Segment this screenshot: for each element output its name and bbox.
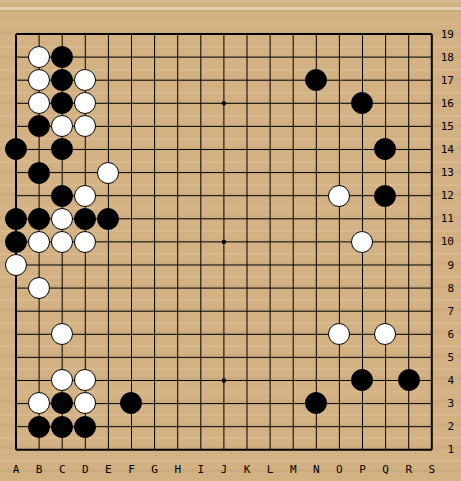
black-stone-R4[interactable]: ●: [398, 369, 420, 391]
intersection-H17[interactable]: [166, 69, 189, 92]
intersection-E5[interactable]: [97, 346, 120, 369]
intersection-F1[interactable]: [120, 438, 143, 461]
intersection-K18[interactable]: [235, 46, 258, 69]
intersection-I19[interactable]: [189, 22, 212, 45]
intersection-B3[interactable]: ○: [28, 392, 51, 415]
intersection-Q2[interactable]: [374, 415, 397, 438]
intersection-F11[interactable]: [120, 207, 143, 230]
intersection-D1[interactable]: [74, 438, 97, 461]
intersection-L3[interactable]: [258, 392, 281, 415]
intersection-J3[interactable]: [212, 392, 235, 415]
intersection-F15[interactable]: [120, 115, 143, 138]
intersection-E14[interactable]: [97, 138, 120, 161]
intersection-I4[interactable]: [189, 369, 212, 392]
intersection-A14[interactable]: ●: [4, 138, 27, 161]
intersection-L1[interactable]: [258, 438, 281, 461]
intersection-Q5[interactable]: [374, 346, 397, 369]
intersection-E10[interactable]: [97, 230, 120, 253]
intersection-H1[interactable]: [166, 438, 189, 461]
intersection-N7[interactable]: [305, 300, 328, 323]
intersection-J8[interactable]: [212, 276, 235, 299]
intersection-H6[interactable]: [166, 323, 189, 346]
intersection-P15[interactable]: [351, 115, 374, 138]
intersection-J16[interactable]: [212, 92, 235, 115]
intersection-A3[interactable]: [4, 392, 27, 415]
intersection-E9[interactable]: [97, 253, 120, 276]
intersection-O6[interactable]: ○: [328, 323, 351, 346]
intersection-E11[interactable]: ●: [97, 207, 120, 230]
intersection-H18[interactable]: [166, 46, 189, 69]
intersection-Q17[interactable]: [374, 69, 397, 92]
intersection-I18[interactable]: [189, 46, 212, 69]
intersection-B14[interactable]: [28, 138, 51, 161]
intersection-B1[interactable]: [28, 438, 51, 461]
intersection-B6[interactable]: [28, 323, 51, 346]
intersection-A12[interactable]: [4, 184, 27, 207]
intersection-B5[interactable]: [28, 346, 51, 369]
intersection-Q19[interactable]: [374, 22, 397, 45]
intersection-O2[interactable]: [328, 415, 351, 438]
intersection-G17[interactable]: [143, 69, 166, 92]
intersection-E4[interactable]: [97, 369, 120, 392]
black-stone-Q14[interactable]: ●: [374, 138, 396, 160]
intersection-M15[interactable]: [282, 115, 305, 138]
black-stone-E11[interactable]: ●: [97, 208, 119, 230]
intersection-D10[interactable]: ○: [74, 230, 97, 253]
intersection-N14[interactable]: [305, 138, 328, 161]
intersection-C8[interactable]: [51, 276, 74, 299]
intersection-M10[interactable]: [282, 230, 305, 253]
white-stone-C15[interactable]: ○: [51, 115, 73, 137]
intersection-J15[interactable]: [212, 115, 235, 138]
intersection-Q9[interactable]: [374, 253, 397, 276]
intersection-H8[interactable]: [166, 276, 189, 299]
intersection-O13[interactable]: [328, 161, 351, 184]
intersection-M18[interactable]: [282, 46, 305, 69]
intersection-E2[interactable]: [97, 415, 120, 438]
black-stone-C2[interactable]: ●: [51, 416, 73, 438]
intersection-J14[interactable]: [212, 138, 235, 161]
intersection-R15[interactable]: [397, 115, 420, 138]
intersection-C1[interactable]: [51, 438, 74, 461]
intersection-A11[interactable]: ●: [4, 207, 27, 230]
white-stone-B16[interactable]: ○: [28, 92, 50, 114]
intersection-I15[interactable]: [189, 115, 212, 138]
intersection-I6[interactable]: [189, 323, 212, 346]
intersection-A10[interactable]: ●: [4, 230, 27, 253]
intersection-R2[interactable]: [397, 415, 420, 438]
intersection-D6[interactable]: [74, 323, 97, 346]
intersection-O7[interactable]: [328, 300, 351, 323]
intersection-G1[interactable]: [143, 438, 166, 461]
intersection-Q10[interactable]: [374, 230, 397, 253]
intersection-M19[interactable]: [282, 22, 305, 45]
intersection-J12[interactable]: [212, 184, 235, 207]
intersection-P4[interactable]: ●: [351, 369, 374, 392]
intersection-L4[interactable]: [258, 369, 281, 392]
intersection-L17[interactable]: [258, 69, 281, 92]
intersection-N3[interactable]: ●: [305, 392, 328, 415]
black-stone-A11[interactable]: ●: [5, 208, 27, 230]
intersection-L15[interactable]: [258, 115, 281, 138]
intersection-I10[interactable]: [189, 230, 212, 253]
intersection-G9[interactable]: [143, 253, 166, 276]
intersection-C18[interactable]: ●: [51, 46, 74, 69]
intersection-M4[interactable]: [282, 369, 305, 392]
intersection-N17[interactable]: ●: [305, 69, 328, 92]
white-stone-D16[interactable]: ○: [74, 92, 96, 114]
white-stone-D4[interactable]: ○: [74, 369, 96, 391]
intersection-Q18[interactable]: [374, 46, 397, 69]
intersection-O1[interactable]: [328, 438, 351, 461]
intersection-N9[interactable]: [305, 253, 328, 276]
intersection-P9[interactable]: [351, 253, 374, 276]
intersection-B16[interactable]: ○: [28, 92, 51, 115]
intersection-I14[interactable]: [189, 138, 212, 161]
intersection-R12[interactable]: [397, 184, 420, 207]
intersection-M6[interactable]: [282, 323, 305, 346]
intersection-M9[interactable]: [282, 253, 305, 276]
intersection-J10[interactable]: [212, 230, 235, 253]
intersection-F17[interactable]: [120, 69, 143, 92]
intersection-I5[interactable]: [189, 346, 212, 369]
intersection-F4[interactable]: [120, 369, 143, 392]
white-stone-C4[interactable]: ○: [51, 369, 73, 391]
intersection-O5[interactable]: [328, 346, 351, 369]
intersection-L8[interactable]: [258, 276, 281, 299]
intersection-G13[interactable]: [143, 161, 166, 184]
intersection-L6[interactable]: [258, 323, 281, 346]
intersection-I3[interactable]: [189, 392, 212, 415]
intersection-A19[interactable]: [4, 22, 27, 45]
intersection-C5[interactable]: [51, 346, 74, 369]
white-stone-D17[interactable]: ○: [74, 69, 96, 91]
black-stone-C3[interactable]: ●: [51, 392, 73, 414]
intersection-F16[interactable]: [120, 92, 143, 115]
intersection-R6[interactable]: [397, 323, 420, 346]
intersection-H4[interactable]: [166, 369, 189, 392]
white-stone-B18[interactable]: ○: [28, 46, 50, 68]
intersection-H5[interactable]: [166, 346, 189, 369]
intersection-G6[interactable]: [143, 323, 166, 346]
intersection-F3[interactable]: ●: [120, 392, 143, 415]
intersection-H9[interactable]: [166, 253, 189, 276]
intersection-L10[interactable]: [258, 230, 281, 253]
intersection-P7[interactable]: [351, 300, 374, 323]
intersection-E16[interactable]: [97, 92, 120, 115]
intersection-A4[interactable]: [4, 369, 27, 392]
intersection-P1[interactable]: [351, 438, 374, 461]
intersection-P12[interactable]: [351, 184, 374, 207]
intersection-N6[interactable]: [305, 323, 328, 346]
intersection-E12[interactable]: [97, 184, 120, 207]
intersection-I16[interactable]: [189, 92, 212, 115]
intersection-P5[interactable]: [351, 346, 374, 369]
black-stone-A14[interactable]: ●: [5, 138, 27, 160]
intersection-P16[interactable]: ●: [351, 92, 374, 115]
black-stone-B11[interactable]: ●: [28, 208, 50, 230]
intersection-Q11[interactable]: [374, 207, 397, 230]
intersection-A6[interactable]: [4, 323, 27, 346]
intersection-H19[interactable]: [166, 22, 189, 45]
intersection-F5[interactable]: [120, 346, 143, 369]
intersection-H13[interactable]: [166, 161, 189, 184]
intersection-D8[interactable]: [74, 276, 97, 299]
intersection-K19[interactable]: [235, 22, 258, 45]
intersection-N2[interactable]: [305, 415, 328, 438]
intersection-G5[interactable]: [143, 346, 166, 369]
intersection-L9[interactable]: [258, 253, 281, 276]
intersection-H2[interactable]: [166, 415, 189, 438]
intersection-J2[interactable]: [212, 415, 235, 438]
intersection-N1[interactable]: [305, 438, 328, 461]
intersection-M16[interactable]: [282, 92, 305, 115]
intersection-O11[interactable]: [328, 207, 351, 230]
intersection-D19[interactable]: [74, 22, 97, 45]
intersection-K1[interactable]: [235, 438, 258, 461]
intersection-O14[interactable]: [328, 138, 351, 161]
intersection-K8[interactable]: [235, 276, 258, 299]
intersection-I12[interactable]: [189, 184, 212, 207]
intersection-A7[interactable]: [4, 300, 27, 323]
intersection-Q7[interactable]: [374, 300, 397, 323]
intersection-N5[interactable]: [305, 346, 328, 369]
intersection-J18[interactable]: [212, 46, 235, 69]
intersection-H12[interactable]: [166, 184, 189, 207]
intersection-G15[interactable]: [143, 115, 166, 138]
intersection-M12[interactable]: [282, 184, 305, 207]
intersection-C14[interactable]: ●: [51, 138, 74, 161]
intersection-B18[interactable]: ○: [28, 46, 51, 69]
intersection-P17[interactable]: [351, 69, 374, 92]
intersection-P6[interactable]: [351, 323, 374, 346]
intersection-J13[interactable]: [212, 161, 235, 184]
intersection-C19[interactable]: [51, 22, 74, 45]
black-stone-D11[interactable]: ●: [74, 208, 96, 230]
intersection-J7[interactable]: [212, 300, 235, 323]
black-stone-C17[interactable]: ●: [51, 69, 73, 91]
white-stone-O12[interactable]: ○: [328, 185, 350, 207]
intersection-C6[interactable]: ○: [51, 323, 74, 346]
intersection-G4[interactable]: [143, 369, 166, 392]
intersection-N11[interactable]: [305, 207, 328, 230]
intersection-A13[interactable]: [4, 161, 27, 184]
black-stone-N17[interactable]: ●: [305, 69, 327, 91]
intersection-F6[interactable]: [120, 323, 143, 346]
intersection-G12[interactable]: [143, 184, 166, 207]
white-stone-D15[interactable]: ○: [74, 115, 96, 137]
intersection-M14[interactable]: [282, 138, 305, 161]
intersection-D13[interactable]: [74, 161, 97, 184]
intersection-L19[interactable]: [258, 22, 281, 45]
intersection-D15[interactable]: ○: [74, 115, 97, 138]
intersection-M5[interactable]: [282, 346, 305, 369]
intersection-N15[interactable]: [305, 115, 328, 138]
intersection-M2[interactable]: [282, 415, 305, 438]
intersection-R7[interactable]: [397, 300, 420, 323]
intersection-L13[interactable]: [258, 161, 281, 184]
intersection-R10[interactable]: [397, 230, 420, 253]
intersection-R11[interactable]: [397, 207, 420, 230]
intersection-B10[interactable]: ○: [28, 230, 51, 253]
intersection-K14[interactable]: [235, 138, 258, 161]
intersection-C9[interactable]: [51, 253, 74, 276]
intersection-J19[interactable]: [212, 22, 235, 45]
intersection-F19[interactable]: [120, 22, 143, 45]
intersection-D12[interactable]: ○: [74, 184, 97, 207]
intersection-I1[interactable]: [189, 438, 212, 461]
intersection-O18[interactable]: [328, 46, 351, 69]
intersection-Q3[interactable]: [374, 392, 397, 415]
intersection-Q12[interactable]: ●: [374, 184, 397, 207]
intersection-E15[interactable]: [97, 115, 120, 138]
intersection-M13[interactable]: [282, 161, 305, 184]
intersection-B13[interactable]: ●: [28, 161, 51, 184]
white-stone-P10[interactable]: ○: [351, 231, 373, 253]
intersection-K17[interactable]: [235, 69, 258, 92]
intersection-Q4[interactable]: [374, 369, 397, 392]
intersection-K9[interactable]: [235, 253, 258, 276]
intersection-R4[interactable]: ●: [397, 369, 420, 392]
intersection-F10[interactable]: [120, 230, 143, 253]
black-stone-Q12[interactable]: ●: [374, 185, 396, 207]
intersection-O4[interactable]: [328, 369, 351, 392]
intersection-D14[interactable]: [74, 138, 97, 161]
intersection-E7[interactable]: [97, 300, 120, 323]
intersection-K3[interactable]: [235, 392, 258, 415]
intersection-O12[interactable]: ○: [328, 184, 351, 207]
intersection-C11[interactable]: ○: [51, 207, 74, 230]
black-stone-C14[interactable]: ●: [51, 138, 73, 160]
intersection-B2[interactable]: ●: [28, 415, 51, 438]
intersection-R8[interactable]: [397, 276, 420, 299]
intersection-Q1[interactable]: [374, 438, 397, 461]
intersection-A2[interactable]: [4, 415, 27, 438]
intersection-R16[interactable]: [397, 92, 420, 115]
intersection-F18[interactable]: [120, 46, 143, 69]
intersection-O8[interactable]: [328, 276, 351, 299]
intersection-A18[interactable]: [4, 46, 27, 69]
intersection-L2[interactable]: [258, 415, 281, 438]
black-stone-C12[interactable]: ●: [51, 185, 73, 207]
intersection-C16[interactable]: ●: [51, 92, 74, 115]
intersection-H10[interactable]: [166, 230, 189, 253]
intersection-A17[interactable]: [4, 69, 27, 92]
black-stone-F3[interactable]: ●: [120, 392, 142, 414]
intersection-J6[interactable]: [212, 323, 235, 346]
intersection-G10[interactable]: [143, 230, 166, 253]
white-stone-A9[interactable]: ○: [5, 254, 27, 276]
intersection-G3[interactable]: [143, 392, 166, 415]
black-stone-P16[interactable]: ●: [351, 92, 373, 114]
intersection-A8[interactable]: [4, 276, 27, 299]
black-stone-P4[interactable]: ●: [351, 369, 373, 391]
intersection-C12[interactable]: ●: [51, 184, 74, 207]
intersection-G16[interactable]: [143, 92, 166, 115]
black-stone-D2[interactable]: ●: [74, 416, 96, 438]
intersection-A5[interactable]: [4, 346, 27, 369]
intersection-R3[interactable]: [397, 392, 420, 415]
intersection-L12[interactable]: [258, 184, 281, 207]
intersection-H7[interactable]: [166, 300, 189, 323]
intersection-R14[interactable]: [397, 138, 420, 161]
black-stone-B15[interactable]: ●: [28, 115, 50, 137]
intersection-F9[interactable]: [120, 253, 143, 276]
intersection-L16[interactable]: [258, 92, 281, 115]
white-stone-Q6[interactable]: ○: [374, 323, 396, 345]
intersection-I11[interactable]: [189, 207, 212, 230]
intersection-J5[interactable]: [212, 346, 235, 369]
intersection-R18[interactable]: [397, 46, 420, 69]
intersection-K6[interactable]: [235, 323, 258, 346]
intersection-J4[interactable]: [212, 369, 235, 392]
intersection-N18[interactable]: [305, 46, 328, 69]
intersection-E1[interactable]: [97, 438, 120, 461]
intersection-G11[interactable]: [143, 207, 166, 230]
intersection-G14[interactable]: [143, 138, 166, 161]
intersection-N10[interactable]: [305, 230, 328, 253]
intersection-R5[interactable]: [397, 346, 420, 369]
intersection-Q16[interactable]: [374, 92, 397, 115]
intersection-E19[interactable]: [97, 22, 120, 45]
intersection-B9[interactable]: [28, 253, 51, 276]
intersection-B11[interactable]: ●: [28, 207, 51, 230]
intersection-D18[interactable]: [74, 46, 97, 69]
intersection-H15[interactable]: [166, 115, 189, 138]
intersection-G8[interactable]: [143, 276, 166, 299]
intersection-F13[interactable]: [120, 161, 143, 184]
intersection-C15[interactable]: ○: [51, 115, 74, 138]
intersection-P13[interactable]: [351, 161, 374, 184]
intersection-R1[interactable]: [397, 438, 420, 461]
intersection-O15[interactable]: [328, 115, 351, 138]
intersection-C4[interactable]: ○: [51, 369, 74, 392]
white-stone-E13[interactable]: ○: [97, 162, 119, 184]
intersection-M8[interactable]: [282, 276, 305, 299]
intersection-D16[interactable]: ○: [74, 92, 97, 115]
intersection-Q13[interactable]: [374, 161, 397, 184]
intersection-J11[interactable]: [212, 207, 235, 230]
white-stone-D3[interactable]: ○: [74, 392, 96, 414]
intersection-K2[interactable]: [235, 415, 258, 438]
intersection-D9[interactable]: [74, 253, 97, 276]
intersection-K5[interactable]: [235, 346, 258, 369]
intersection-D4[interactable]: ○: [74, 369, 97, 392]
intersection-J9[interactable]: [212, 253, 235, 276]
intersection-K12[interactable]: [235, 184, 258, 207]
intersection-I17[interactable]: [189, 69, 212, 92]
intersection-P14[interactable]: [351, 138, 374, 161]
intersection-A16[interactable]: [4, 92, 27, 115]
intersection-O19[interactable]: [328, 22, 351, 45]
intersection-L14[interactable]: [258, 138, 281, 161]
white-stone-C11[interactable]: ○: [51, 208, 73, 230]
intersection-D2[interactable]: ●: [74, 415, 97, 438]
intersection-P3[interactable]: [351, 392, 374, 415]
intersection-D11[interactable]: ●: [74, 207, 97, 230]
intersection-D5[interactable]: [74, 346, 97, 369]
intersection-J17[interactable]: [212, 69, 235, 92]
intersection-K7[interactable]: [235, 300, 258, 323]
intersection-P2[interactable]: [351, 415, 374, 438]
white-stone-D10[interactable]: ○: [74, 231, 96, 253]
intersection-G2[interactable]: [143, 415, 166, 438]
intersection-E13[interactable]: ○: [97, 161, 120, 184]
intersection-C7[interactable]: [51, 300, 74, 323]
intersection-E6[interactable]: [97, 323, 120, 346]
intersection-F7[interactable]: [120, 300, 143, 323]
intersection-A15[interactable]: [4, 115, 27, 138]
